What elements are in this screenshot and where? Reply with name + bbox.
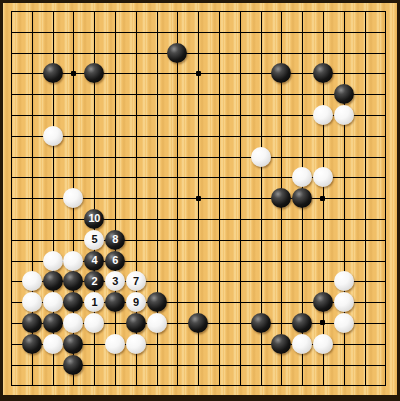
- black-stone: [292, 313, 312, 333]
- white-stone: [63, 188, 83, 208]
- move-number-label: 6: [112, 255, 118, 266]
- black-stone: [313, 63, 333, 83]
- black-stone: [251, 313, 271, 333]
- black-stone: [271, 188, 291, 208]
- white-stone: [334, 292, 354, 312]
- white-stone: [43, 251, 63, 271]
- black-stone: [63, 271, 83, 291]
- move-number-label: 2: [91, 276, 97, 287]
- white-stone: [43, 126, 63, 146]
- white-stone: [105, 334, 125, 354]
- white-stone: [313, 334, 333, 354]
- white-stone: [63, 313, 83, 333]
- star-point: [196, 196, 201, 201]
- star-point: [320, 196, 325, 201]
- black-stone: [22, 334, 42, 354]
- white-stone: [22, 292, 42, 312]
- move-number-label: 3: [112, 276, 118, 287]
- white-stone: [334, 105, 354, 125]
- black-stone: [84, 63, 104, 83]
- black-stone: [63, 292, 83, 312]
- black-stone: [126, 313, 146, 333]
- white-stone: [334, 271, 354, 291]
- black-stone: [63, 334, 83, 354]
- black-stone: [105, 292, 125, 312]
- white-stone: 9: [126, 292, 146, 312]
- move-number-label: 5: [91, 234, 97, 245]
- white-stone: [84, 313, 104, 333]
- move-number-label: 10: [89, 213, 100, 224]
- move-number-label: 7: [133, 276, 139, 287]
- goban-frame: 10584623719: [0, 0, 400, 401]
- stone-grid: 10584623719: [1, 1, 396, 396]
- black-stone: 2: [84, 271, 104, 291]
- white-stone: [126, 334, 146, 354]
- white-stone: [43, 292, 63, 312]
- move-number-label: 4: [91, 255, 97, 266]
- white-stone: [292, 167, 312, 187]
- black-stone: [313, 292, 333, 312]
- black-stone: [63, 355, 83, 375]
- black-stone: [188, 313, 208, 333]
- black-stone: 4: [84, 251, 104, 271]
- white-stone: [334, 313, 354, 333]
- black-stone: [147, 292, 167, 312]
- black-stone: 6: [105, 251, 125, 271]
- black-stone: [167, 43, 187, 63]
- black-stone: [22, 313, 42, 333]
- white-stone: [63, 251, 83, 271]
- black-stone: 8: [105, 230, 125, 250]
- star-point: [196, 71, 201, 76]
- white-stone: 5: [84, 230, 104, 250]
- move-number-label: 8: [112, 234, 118, 245]
- white-stone: 1: [84, 292, 104, 312]
- goban-board-surface[interactable]: 10584623719: [3, 3, 397, 395]
- white-stone: [43, 334, 63, 354]
- star-point: [71, 71, 76, 76]
- move-number-label: 1: [91, 297, 97, 308]
- white-stone: 3: [105, 271, 125, 291]
- black-stone: [271, 334, 291, 354]
- black-stone: [43, 271, 63, 291]
- black-stone: [271, 63, 291, 83]
- white-stone: 7: [126, 271, 146, 291]
- black-stone: 10: [84, 209, 104, 229]
- white-stone: [147, 313, 167, 333]
- black-stone: [43, 313, 63, 333]
- white-stone: [313, 105, 333, 125]
- white-stone: [251, 147, 271, 167]
- white-stone: [313, 167, 333, 187]
- black-stone: [43, 63, 63, 83]
- white-stone: [292, 334, 312, 354]
- star-point: [320, 320, 325, 325]
- black-stone: [292, 188, 312, 208]
- black-stone: [334, 84, 354, 104]
- white-stone: [22, 271, 42, 291]
- move-number-label: 9: [133, 297, 139, 308]
